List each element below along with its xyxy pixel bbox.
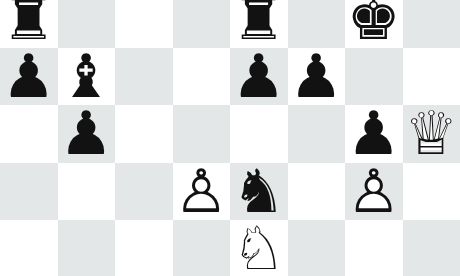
- black-pawn-piece: ♟: [232, 48, 286, 106]
- square-g6: ♟: [345, 105, 403, 163]
- black-bishop-piece: ♝: [59, 48, 113, 106]
- square-b7: ♝: [58, 48, 116, 106]
- square-f6: [288, 105, 346, 163]
- square-f5: [288, 163, 346, 221]
- square-e5: ♞: [230, 163, 288, 221]
- square-c4: [115, 220, 173, 276]
- black-king-piece: ♚: [347, 0, 401, 48]
- square-b6: ♟: [58, 105, 116, 163]
- square-e7: ♟: [230, 48, 288, 106]
- square-b5: [58, 163, 116, 221]
- black-knight-piece: ♞: [232, 163, 286, 221]
- square-c7: [115, 48, 173, 106]
- square-h7: [403, 48, 460, 106]
- square-c5: [115, 163, 173, 221]
- square-a7: ♟: [0, 48, 58, 106]
- chess-diagram: ♜♜♚♟♝♟♟♟♟♛♕♟♙♞♟♙♞♘: [0, 0, 460, 276]
- square-d4: [173, 220, 231, 276]
- black-pawn-piece: ♟: [59, 105, 113, 163]
- white-knight-piece: ♞♘: [232, 220, 286, 276]
- square-h6: ♛♕: [403, 105, 460, 163]
- square-d6: [173, 105, 231, 163]
- square-c8: [115, 0, 173, 48]
- square-g7: [345, 48, 403, 106]
- square-f4: [288, 220, 346, 276]
- square-h4: [403, 220, 460, 276]
- square-d7: [173, 48, 231, 106]
- white-pawn-piece: ♟♙: [347, 163, 401, 221]
- square-g4: [345, 220, 403, 276]
- square-g8: ♚: [345, 0, 403, 48]
- square-h8: [403, 0, 460, 48]
- square-f7: ♟: [288, 48, 346, 106]
- square-h5: [403, 163, 460, 221]
- black-pawn-piece: ♟: [289, 48, 343, 106]
- square-g5: ♟♙: [345, 163, 403, 221]
- square-d5: ♟♙: [173, 163, 231, 221]
- black-pawn-piece: ♟: [2, 48, 56, 106]
- square-c6: [115, 105, 173, 163]
- square-b4: [58, 220, 116, 276]
- square-a4: [0, 220, 58, 276]
- square-a5: [0, 163, 58, 221]
- white-pawn-piece: ♟♙: [174, 163, 228, 221]
- chess-board: ♜♜♚♟♝♟♟♟♟♛♕♟♙♞♟♙♞♘: [0, 0, 460, 276]
- square-d8: [173, 0, 231, 48]
- square-e4: ♞♘: [230, 220, 288, 276]
- white-queen-piece: ♛♕: [404, 105, 458, 163]
- square-a6: [0, 105, 58, 163]
- square-e6: [230, 105, 288, 163]
- black-pawn-piece: ♟: [347, 105, 401, 163]
